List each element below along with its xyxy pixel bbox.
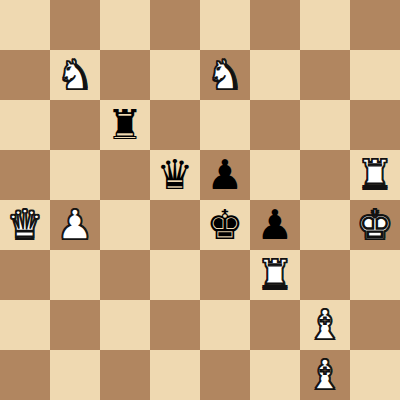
square-h3[interactable] xyxy=(350,250,400,300)
square-a7[interactable] xyxy=(0,50,50,100)
square-h4[interactable]: ♚ xyxy=(350,200,400,250)
square-e6[interactable] xyxy=(200,100,250,150)
square-h8[interactable] xyxy=(350,0,400,50)
square-f6[interactable] xyxy=(250,100,300,150)
square-g5[interactable] xyxy=(300,150,350,200)
square-a6[interactable] xyxy=(0,100,50,150)
square-c2[interactable] xyxy=(100,300,150,350)
square-h2[interactable] xyxy=(350,300,400,350)
square-a2[interactable] xyxy=(0,300,50,350)
square-e2[interactable] xyxy=(200,300,250,350)
square-g6[interactable] xyxy=(300,100,350,150)
square-d8[interactable] xyxy=(150,0,200,50)
square-c8[interactable] xyxy=(100,0,150,50)
chess-board: ♞♞♜♛♟♜♛♟♚♟♚♜♝♝ xyxy=(0,0,400,400)
square-f1[interactable] xyxy=(250,350,300,400)
black-king[interactable]: ♚ xyxy=(207,200,244,250)
square-h6[interactable] xyxy=(350,100,400,150)
square-d1[interactable] xyxy=(150,350,200,400)
square-a8[interactable] xyxy=(0,0,50,50)
square-b3[interactable] xyxy=(50,250,100,300)
square-b8[interactable] xyxy=(50,0,100,50)
square-c5[interactable] xyxy=(100,150,150,200)
square-a4[interactable]: ♛ xyxy=(0,200,50,250)
square-h5[interactable]: ♜ xyxy=(350,150,400,200)
square-b7[interactable]: ♞ xyxy=(50,50,100,100)
white-bishop[interactable]: ♝ xyxy=(307,300,344,350)
square-g8[interactable] xyxy=(300,0,350,50)
square-g3[interactable] xyxy=(300,250,350,300)
square-e8[interactable] xyxy=(200,0,250,50)
square-e7[interactable]: ♞ xyxy=(200,50,250,100)
square-e3[interactable] xyxy=(200,250,250,300)
square-d3[interactable] xyxy=(150,250,200,300)
square-h1[interactable] xyxy=(350,350,400,400)
white-knight[interactable]: ♞ xyxy=(57,50,94,100)
square-b4[interactable]: ♟ xyxy=(50,200,100,250)
square-b6[interactable] xyxy=(50,100,100,150)
chess-board-container: ♞♞♜♛♟♜♛♟♚♟♚♜♝♝ xyxy=(0,0,400,400)
square-g4[interactable] xyxy=(300,200,350,250)
white-queen[interactable]: ♛ xyxy=(7,200,44,250)
square-f7[interactable] xyxy=(250,50,300,100)
square-a5[interactable] xyxy=(0,150,50,200)
square-f8[interactable] xyxy=(250,0,300,50)
black-queen[interactable]: ♛ xyxy=(157,150,194,200)
square-h7[interactable] xyxy=(350,50,400,100)
black-rook[interactable]: ♜ xyxy=(107,100,144,150)
white-king[interactable]: ♚ xyxy=(357,200,394,250)
square-c6[interactable]: ♜ xyxy=(100,100,150,150)
square-c4[interactable] xyxy=(100,200,150,250)
square-b2[interactable] xyxy=(50,300,100,350)
square-g7[interactable] xyxy=(300,50,350,100)
square-e4[interactable]: ♚ xyxy=(200,200,250,250)
white-knight[interactable]: ♞ xyxy=(207,50,244,100)
square-a1[interactable] xyxy=(0,350,50,400)
square-g1[interactable]: ♝ xyxy=(300,350,350,400)
square-f3[interactable]: ♜ xyxy=(250,250,300,300)
square-e5[interactable]: ♟ xyxy=(200,150,250,200)
square-b5[interactable] xyxy=(50,150,100,200)
square-a3[interactable] xyxy=(0,250,50,300)
white-rook[interactable]: ♜ xyxy=(357,150,394,200)
white-pawn[interactable]: ♟ xyxy=(57,200,94,250)
square-f5[interactable] xyxy=(250,150,300,200)
square-d2[interactable] xyxy=(150,300,200,350)
square-g2[interactable]: ♝ xyxy=(300,300,350,350)
white-bishop[interactable]: ♝ xyxy=(307,350,344,400)
square-e1[interactable] xyxy=(200,350,250,400)
square-c7[interactable] xyxy=(100,50,150,100)
square-c3[interactable] xyxy=(100,250,150,300)
square-c1[interactable] xyxy=(100,350,150,400)
square-d5[interactable]: ♛ xyxy=(150,150,200,200)
square-d7[interactable] xyxy=(150,50,200,100)
square-f2[interactable] xyxy=(250,300,300,350)
square-d6[interactable] xyxy=(150,100,200,150)
white-rook[interactable]: ♜ xyxy=(257,250,294,300)
square-d4[interactable] xyxy=(150,200,200,250)
square-b1[interactable] xyxy=(50,350,100,400)
square-f4[interactable]: ♟ xyxy=(250,200,300,250)
black-pawn[interactable]: ♟ xyxy=(207,150,244,200)
black-pawn[interactable]: ♟ xyxy=(257,200,294,250)
